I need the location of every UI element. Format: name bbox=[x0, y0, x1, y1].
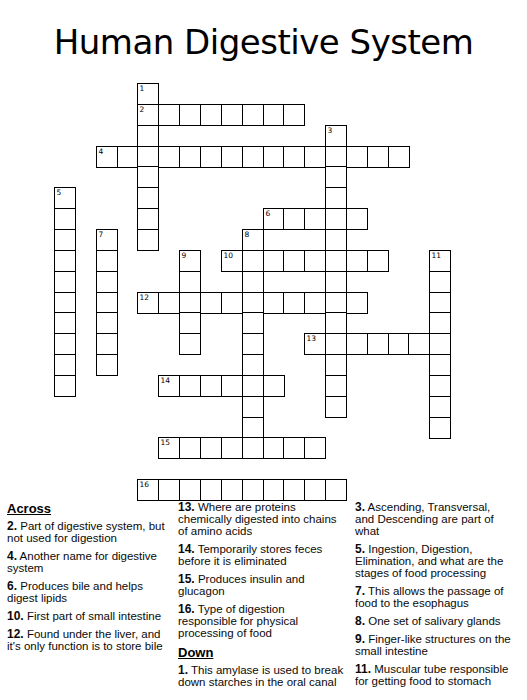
grid-cell[interactable] bbox=[304, 146, 326, 168]
grid-cell[interactable] bbox=[263, 437, 285, 459]
grid-cell[interactable] bbox=[137, 146, 159, 168]
grid-cell[interactable] bbox=[242, 333, 264, 355]
grid-clue-number: 13 bbox=[307, 335, 317, 343]
clue-number-label: 5. bbox=[355, 542, 365, 556]
grid-cell[interactable] bbox=[137, 208, 159, 230]
grid-cell[interactable] bbox=[325, 312, 347, 334]
clue-number-label: 6. bbox=[7, 579, 17, 593]
grid-cell[interactable] bbox=[179, 271, 201, 293]
clue-number-label: 8. bbox=[355, 614, 365, 628]
grid-clue-number: 1 bbox=[140, 85, 145, 93]
grid-cell[interactable] bbox=[325, 292, 347, 314]
grid-cell[interactable] bbox=[325, 333, 347, 355]
clue-number-label: 9. bbox=[355, 632, 365, 646]
across-header: Across bbox=[7, 501, 169, 516]
grid-cell[interactable] bbox=[429, 375, 451, 397]
grid-cell[interactable] bbox=[179, 437, 201, 459]
clue-number-label: 4. bbox=[7, 549, 17, 563]
grid-cell[interactable] bbox=[54, 375, 76, 397]
grid-cell[interactable] bbox=[429, 271, 451, 293]
clue-column: 3. Ascending, Transversal, and Descendin… bbox=[355, 501, 521, 694]
grid-cell[interactable] bbox=[429, 312, 451, 334]
grid-clue-number: 2 bbox=[140, 106, 145, 114]
grid-cell[interactable] bbox=[346, 292, 368, 314]
clue-number-label: 10. bbox=[7, 609, 24, 623]
grid-cell[interactable] bbox=[325, 208, 347, 230]
grid-cell[interactable] bbox=[137, 187, 159, 209]
grid-cell[interactable] bbox=[325, 479, 347, 501]
clue-number-label: 12. bbox=[7, 627, 24, 641]
grid-cell[interactable] bbox=[325, 396, 347, 418]
grid-cell[interactable] bbox=[325, 354, 347, 376]
clue: 11. Muscular tube responsible for gettin… bbox=[355, 663, 512, 687]
grid-cell[interactable] bbox=[367, 250, 389, 272]
grid-cell[interactable] bbox=[221, 146, 243, 168]
grid-cell[interactable] bbox=[54, 208, 76, 230]
grid-cell[interactable] bbox=[408, 333, 430, 355]
down-header: Down bbox=[178, 645, 346, 660]
grid-cell[interactable] bbox=[346, 146, 368, 168]
crossword-grid: 12345678910111213141516 bbox=[54, 83, 452, 501]
grid-cell[interactable] bbox=[242, 354, 264, 376]
grid-cell[interactable] bbox=[96, 312, 118, 334]
grid-cell[interactable] bbox=[325, 146, 347, 168]
grid-cell[interactable] bbox=[54, 292, 76, 314]
clue: 7. This allows the passage of food to th… bbox=[355, 585, 512, 609]
clue: 3. Ascending, Transversal, and Descendin… bbox=[355, 501, 512, 537]
grid-cell[interactable] bbox=[325, 250, 347, 272]
grid-clue-number: 16 bbox=[140, 481, 150, 489]
grid-cell[interactable] bbox=[179, 104, 201, 126]
grid-cell[interactable] bbox=[346, 250, 368, 272]
grid-cell[interactable] bbox=[283, 104, 305, 126]
grid-clue-number: 8 bbox=[245, 231, 250, 239]
grid-cell[interactable] bbox=[304, 208, 326, 230]
grid-cell[interactable] bbox=[429, 333, 451, 355]
grid-cell[interactable] bbox=[221, 479, 243, 501]
grid-clue-number: 9 bbox=[182, 252, 187, 260]
grid-cell[interactable] bbox=[346, 333, 368, 355]
grid-cell[interactable] bbox=[179, 333, 201, 355]
grid-cell[interactable] bbox=[283, 292, 305, 314]
clue: 8. One set of salivary glands bbox=[355, 615, 512, 627]
grid-cell[interactable] bbox=[179, 292, 201, 314]
grid-clue-number: 5 bbox=[57, 189, 62, 197]
grid-cell[interactable] bbox=[96, 250, 118, 272]
clue-section: Across2. Part of digestive system, but n… bbox=[7, 501, 521, 694]
grid-cell[interactable] bbox=[96, 292, 118, 314]
grid-cell[interactable] bbox=[304, 479, 326, 501]
grid-cell[interactable] bbox=[158, 146, 180, 168]
grid-cell[interactable] bbox=[304, 250, 326, 272]
grid-cell[interactable] bbox=[429, 417, 451, 439]
clue-number-label: 2. bbox=[7, 519, 17, 533]
grid-cell[interactable] bbox=[242, 437, 264, 459]
grid-cell[interactable] bbox=[137, 166, 159, 188]
grid-cell[interactable] bbox=[263, 375, 285, 397]
grid-cell[interactable] bbox=[388, 333, 410, 355]
clue-number-label: 1. bbox=[178, 663, 188, 677]
grid-cell[interactable] bbox=[242, 312, 264, 334]
grid-cell[interactable] bbox=[367, 333, 389, 355]
clue-number-label: 16. bbox=[178, 602, 195, 616]
clue-column: Across2. Part of digestive system, but n… bbox=[7, 501, 178, 694]
grid-cell[interactable] bbox=[367, 146, 389, 168]
grid-clue-number: 15 bbox=[161, 439, 171, 447]
grid-cell[interactable] bbox=[96, 333, 118, 355]
grid-cell[interactable] bbox=[179, 375, 201, 397]
grid-cell[interactable] bbox=[242, 271, 264, 293]
clue-column: 13. Where are proteins chemically digest… bbox=[178, 501, 355, 694]
grid-cell[interactable] bbox=[283, 437, 305, 459]
grid-cell[interactable] bbox=[179, 312, 201, 334]
grid-cell[interactable] bbox=[242, 417, 264, 439]
grid-cell[interactable] bbox=[158, 292, 180, 314]
grid-cell[interactable] bbox=[200, 292, 222, 314]
grid-cell[interactable] bbox=[221, 375, 243, 397]
grid-cell[interactable] bbox=[283, 146, 305, 168]
grid-cell[interactable] bbox=[263, 479, 285, 501]
grid-cell[interactable] bbox=[158, 104, 180, 126]
grid-cell[interactable] bbox=[263, 250, 285, 272]
grid-cell[interactable] bbox=[200, 104, 222, 126]
clue-number-label: 3. bbox=[355, 500, 365, 514]
grid-cell[interactable] bbox=[242, 146, 264, 168]
clue: 4. Another name for digestive system bbox=[7, 550, 169, 574]
grid-cell[interactable] bbox=[137, 125, 159, 147]
grid-cell[interactable] bbox=[96, 354, 118, 376]
grid-cell[interactable] bbox=[242, 250, 264, 272]
grid-cell[interactable] bbox=[179, 479, 201, 501]
clue-number-label: 14. bbox=[178, 542, 195, 556]
grid-cell[interactable] bbox=[242, 104, 264, 126]
grid-cell[interactable] bbox=[221, 104, 243, 126]
grid-clue-number: 3 bbox=[328, 127, 333, 135]
grid-clue-number: 7 bbox=[99, 231, 104, 239]
grid-cell[interactable] bbox=[179, 146, 201, 168]
grid-cell[interactable] bbox=[200, 437, 222, 459]
grid-cell[interactable] bbox=[263, 104, 285, 126]
puzzle-title: Human Digestive System bbox=[0, 22, 527, 62]
grid-cell[interactable] bbox=[54, 312, 76, 334]
grid-cell[interactable] bbox=[283, 250, 305, 272]
clue: 14. Temporarily stores feces before it i… bbox=[178, 543, 346, 567]
clue: 5. Ingestion, Digestion, Elimination, an… bbox=[355, 543, 512, 579]
grid-clue-number: 11 bbox=[432, 252, 442, 260]
grid-clue-number: 10 bbox=[224, 252, 234, 260]
grid-cell[interactable] bbox=[346, 208, 368, 230]
clue: 1. This amylase is used to break down st… bbox=[178, 664, 346, 688]
grid-cell[interactable] bbox=[242, 396, 264, 418]
grid-cell[interactable] bbox=[137, 229, 159, 251]
grid-cell[interactable] bbox=[325, 187, 347, 209]
grid-clue-number: 14 bbox=[161, 377, 171, 385]
grid-cell[interactable] bbox=[54, 271, 76, 293]
clue: 12. Found under the liver, and it's only… bbox=[7, 628, 169, 652]
grid-clue-number: 12 bbox=[140, 294, 150, 302]
clue: 13. Where are proteins chemically digest… bbox=[178, 501, 346, 537]
grid-cell[interactable] bbox=[54, 333, 76, 355]
grid-cell[interactable] bbox=[325, 166, 347, 188]
grid-cell[interactable] bbox=[263, 146, 285, 168]
grid-cell[interactable] bbox=[54, 250, 76, 272]
grid-cell[interactable] bbox=[54, 354, 76, 376]
clue: 16. Type of digestion responsible for ph… bbox=[178, 603, 346, 639]
clue-number-label: 13. bbox=[178, 500, 195, 514]
grid-cell[interactable] bbox=[283, 479, 305, 501]
grid-cell[interactable] bbox=[242, 479, 264, 501]
clue: 15. Produces insulin and glucagon bbox=[178, 573, 346, 597]
grid-cell[interactable] bbox=[325, 271, 347, 293]
grid-cell[interactable] bbox=[388, 146, 410, 168]
grid-cell[interactable] bbox=[325, 229, 347, 251]
grid-cell[interactable] bbox=[200, 375, 222, 397]
clue-number-label: 11. bbox=[355, 662, 371, 676]
grid-cell[interactable] bbox=[117, 146, 139, 168]
grid-clue-number: 6 bbox=[266, 210, 271, 218]
grid-cell[interactable] bbox=[242, 375, 264, 397]
grid-cell[interactable] bbox=[221, 437, 243, 459]
clue-number-label: 15. bbox=[178, 572, 195, 586]
grid-cell[interactable] bbox=[54, 229, 76, 251]
grid-cell[interactable] bbox=[283, 208, 305, 230]
grid-cell[interactable] bbox=[242, 292, 264, 314]
clue-number-label: 7. bbox=[355, 584, 365, 598]
grid-cell[interactable] bbox=[429, 292, 451, 314]
clue: 2. Part of digestive system, but not use… bbox=[7, 520, 169, 544]
grid-cell[interactable] bbox=[304, 437, 326, 459]
clue: 6. Produces bile and helps digest lipids bbox=[7, 580, 169, 604]
grid-cell[interactable] bbox=[429, 396, 451, 418]
grid-cell[interactable] bbox=[200, 479, 222, 501]
grid-cell[interactable] bbox=[429, 354, 451, 376]
grid-cell[interactable] bbox=[325, 375, 347, 397]
grid-clue-number: 4 bbox=[99, 148, 104, 156]
grid-cell[interactable] bbox=[158, 479, 180, 501]
clue: 10. First part of small intestine bbox=[7, 610, 169, 622]
grid-cell[interactable] bbox=[263, 292, 285, 314]
grid-cell[interactable] bbox=[200, 146, 222, 168]
grid-cell[interactable] bbox=[304, 292, 326, 314]
grid-cell[interactable] bbox=[96, 271, 118, 293]
clue: 9. Finger-like structures on the small i… bbox=[355, 633, 512, 657]
grid-cell[interactable] bbox=[221, 292, 243, 314]
